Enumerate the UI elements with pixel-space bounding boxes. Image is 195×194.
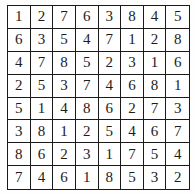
grid-cell-r7c5: 1 xyxy=(99,143,122,166)
grid-cell-r2c2: 3 xyxy=(31,29,54,52)
grid-cell-r2c5: 7 xyxy=(99,29,122,52)
grid-cell-r2c6: 1 xyxy=(121,29,144,52)
grid-cell-r3c6: 3 xyxy=(121,52,144,75)
grid-cell-r6c5: 5 xyxy=(99,120,122,143)
grid-cell-r1c4: 6 xyxy=(76,6,99,29)
grid-cell-r5c4: 8 xyxy=(76,98,99,121)
grid-cell-r4c4: 7 xyxy=(76,75,99,98)
grid-cell-r7c2: 6 xyxy=(31,143,54,166)
grid-cell-r5c6: 2 xyxy=(121,98,144,121)
grid-cell-r3c8: 6 xyxy=(166,52,189,75)
grid-cell-r1c1: 1 xyxy=(8,6,31,29)
grid-cell-r8c5: 8 xyxy=(99,166,122,189)
grid-cell-r7c8: 4 xyxy=(166,143,189,166)
grid-cell-r3c2: 7 xyxy=(31,52,54,75)
grid-cell-r2c8: 8 xyxy=(166,29,189,52)
grid-cell-r6c2: 8 xyxy=(31,120,54,143)
grid-cell-r1c2: 2 xyxy=(31,6,54,29)
grid-cell-r4c2: 5 xyxy=(31,75,54,98)
grid-cell-r5c3: 4 xyxy=(53,98,76,121)
grid-cell-r4c5: 4 xyxy=(99,75,122,98)
grid-cell-r4c3: 3 xyxy=(53,75,76,98)
grid-cell-r5c7: 7 xyxy=(144,98,167,121)
grid-cell-r7c1: 8 xyxy=(8,143,31,166)
grid-cell-r8c6: 5 xyxy=(121,166,144,189)
grid-cell-r6c3: 1 xyxy=(53,120,76,143)
grid-cell-r8c4: 1 xyxy=(76,166,99,189)
grid-cell-r2c3: 5 xyxy=(53,29,76,52)
puzzle-page: 1276384563547128478523162537468151486273… xyxy=(0,0,195,194)
grid-cell-r3c7: 1 xyxy=(144,52,167,75)
grid-cell-r6c8: 7 xyxy=(166,120,189,143)
grid-cell-r7c3: 2 xyxy=(53,143,76,166)
grid-cell-r8c7: 3 xyxy=(144,166,167,189)
grid-cell-r6c6: 4 xyxy=(121,120,144,143)
grid-cell-r3c3: 8 xyxy=(53,52,76,75)
grid-cell-r2c4: 4 xyxy=(76,29,99,52)
grid-cell-r1c7: 4 xyxy=(144,6,167,29)
grid-cell-r7c6: 7 xyxy=(121,143,144,166)
grid-cell-r1c5: 3 xyxy=(99,6,122,29)
grid-cell-r3c5: 2 xyxy=(99,52,122,75)
grid-cell-r5c2: 1 xyxy=(31,98,54,121)
grid-cell-r8c8: 2 xyxy=(166,166,189,189)
grid-cell-r8c2: 4 xyxy=(31,166,54,189)
grid-cell-r6c7: 6 xyxy=(144,120,167,143)
grid-cell-r4c1: 2 xyxy=(8,75,31,98)
grid-cell-r5c8: 3 xyxy=(166,98,189,121)
number-grid-board: 1276384563547128478523162537468151486273… xyxy=(7,5,190,190)
grid-cell-r4c7: 8 xyxy=(144,75,167,98)
grid-cell-r6c4: 2 xyxy=(76,120,99,143)
grid-cell-r4c6: 6 xyxy=(121,75,144,98)
grid-cell-r3c1: 4 xyxy=(8,52,31,75)
grid-cell-r5c1: 5 xyxy=(8,98,31,121)
grid-cell-r6c1: 3 xyxy=(8,120,31,143)
grid-cell-r1c8: 5 xyxy=(166,6,189,29)
grid-cell-r5c5: 6 xyxy=(99,98,122,121)
grid-cell-r2c7: 2 xyxy=(144,29,167,52)
grid-cell-r3c4: 5 xyxy=(76,52,99,75)
grid-cell-r1c6: 8 xyxy=(121,6,144,29)
grid-cell-r8c1: 7 xyxy=(8,166,31,189)
grid-cell-r4c8: 1 xyxy=(166,75,189,98)
grid-cell-r8c3: 6 xyxy=(53,166,76,189)
grid-cell-r2c1: 6 xyxy=(8,29,31,52)
grid-cell-r7c7: 5 xyxy=(144,143,167,166)
grid-cell-r7c4: 3 xyxy=(76,143,99,166)
grid-cell-r1c3: 7 xyxy=(53,6,76,29)
